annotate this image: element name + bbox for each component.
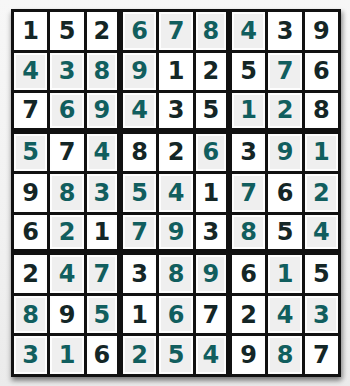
cell-r6c9[interactable]: 4	[305, 215, 338, 253]
cell-r7c4[interactable]: 3	[123, 255, 156, 293]
cell-r2c7[interactable]: 5	[232, 53, 265, 91]
cell-r8c7[interactable]: 2	[232, 296, 265, 334]
cell-r5c9[interactable]: 2	[305, 174, 338, 212]
cell-r7c2[interactable]: 4	[50, 255, 83, 293]
page-background: 1526784394389125767694351285748263919835…	[0, 0, 350, 386]
cell-r7c9[interactable]: 5	[305, 255, 338, 293]
cell-r3c5[interactable]: 3	[159, 93, 192, 131]
cell-r4c8[interactable]: 9	[268, 134, 301, 172]
cell-r3c6[interactable]: 5	[196, 93, 229, 131]
cell-r4c4[interactable]: 8	[123, 134, 156, 172]
cell-r6c1[interactable]: 6	[14, 215, 47, 253]
cell-r2c9[interactable]: 6	[305, 53, 338, 91]
cell-r1c8[interactable]: 3	[268, 12, 301, 50]
cell-r1c1[interactable]: 1	[14, 12, 47, 50]
cell-r6c2[interactable]: 2	[50, 215, 83, 253]
cell-r3c9[interactable]: 8	[305, 93, 338, 131]
cell-r7c7[interactable]: 6	[232, 255, 265, 293]
cell-r7c6[interactable]: 9	[196, 255, 229, 293]
cell-r1c2[interactable]: 5	[50, 12, 83, 50]
cell-r6c6[interactable]: 3	[196, 215, 229, 253]
cell-r6c5[interactable]: 9	[159, 215, 192, 253]
cell-r3c2[interactable]: 6	[50, 93, 83, 131]
cell-r1c7[interactable]: 4	[232, 12, 265, 50]
cell-r2c1[interactable]: 4	[14, 53, 47, 91]
cell-r4c7[interactable]: 3	[232, 134, 265, 172]
cell-r6c3[interactable]: 1	[87, 215, 120, 253]
cell-r2c5[interactable]: 1	[159, 53, 192, 91]
cell-r1c5[interactable]: 7	[159, 12, 192, 50]
cell-r9c3[interactable]: 6	[87, 336, 120, 374]
cell-r9c1[interactable]: 3	[14, 336, 47, 374]
cell-r9c9[interactable]: 7	[305, 336, 338, 374]
cell-r3c7[interactable]: 1	[232, 93, 265, 131]
cell-r7c8[interactable]: 1	[268, 255, 301, 293]
cell-r5c7[interactable]: 7	[232, 174, 265, 212]
cell-r4c6[interactable]: 6	[196, 134, 229, 172]
cell-r4c3[interactable]: 4	[87, 134, 120, 172]
cell-r5c5[interactable]: 4	[159, 174, 192, 212]
cell-r5c2[interactable]: 8	[50, 174, 83, 212]
cell-r8c3[interactable]: 5	[87, 296, 120, 334]
cell-r5c4[interactable]: 5	[123, 174, 156, 212]
cell-r5c6[interactable]: 1	[196, 174, 229, 212]
cell-r9c2[interactable]: 1	[50, 336, 83, 374]
cell-r2c2[interactable]: 3	[50, 53, 83, 91]
cell-r6c8[interactable]: 5	[268, 215, 301, 253]
cell-r4c2[interactable]: 7	[50, 134, 83, 172]
cell-r5c3[interactable]: 3	[87, 174, 120, 212]
cell-r3c8[interactable]: 2	[268, 93, 301, 131]
cell-r5c8[interactable]: 6	[268, 174, 301, 212]
cell-r5c1[interactable]: 9	[14, 174, 47, 212]
cell-r9c4[interactable]: 2	[123, 336, 156, 374]
cell-r6c4[interactable]: 7	[123, 215, 156, 253]
cell-r7c5[interactable]: 8	[159, 255, 192, 293]
cell-r8c6[interactable]: 7	[196, 296, 229, 334]
cell-r1c4[interactable]: 6	[123, 12, 156, 50]
cell-r2c4[interactable]: 9	[123, 53, 156, 91]
cell-r9c8[interactable]: 8	[268, 336, 301, 374]
cell-r7c3[interactable]: 7	[87, 255, 120, 293]
cell-r8c9[interactable]: 3	[305, 296, 338, 334]
cell-r8c4[interactable]: 1	[123, 296, 156, 334]
cell-r2c8[interactable]: 7	[268, 53, 301, 91]
cell-r3c4[interactable]: 4	[123, 93, 156, 131]
cell-r1c9[interactable]: 9	[305, 12, 338, 50]
cell-r3c1[interactable]: 7	[14, 93, 47, 131]
cell-r8c8[interactable]: 4	[268, 296, 301, 334]
cell-r8c2[interactable]: 9	[50, 296, 83, 334]
cell-r9c7[interactable]: 9	[232, 336, 265, 374]
cell-r4c9[interactable]: 1	[305, 134, 338, 172]
cell-r6c7[interactable]: 8	[232, 215, 265, 253]
cell-r1c3[interactable]: 2	[87, 12, 120, 50]
sudoku-board: 1526784394389125767694351285748263919835…	[11, 9, 341, 377]
cell-r7c1[interactable]: 2	[14, 255, 47, 293]
cell-r2c6[interactable]: 2	[196, 53, 229, 91]
cell-r4c1[interactable]: 5	[14, 134, 47, 172]
cell-r3c3[interactable]: 9	[87, 93, 120, 131]
cell-r8c1[interactable]: 8	[14, 296, 47, 334]
cell-r9c5[interactable]: 5	[159, 336, 192, 374]
cell-r9c6[interactable]: 4	[196, 336, 229, 374]
cell-r1c6[interactable]: 8	[196, 12, 229, 50]
cell-r8c5[interactable]: 6	[159, 296, 192, 334]
cell-r2c3[interactable]: 8	[87, 53, 120, 91]
cell-r4c5[interactable]: 2	[159, 134, 192, 172]
